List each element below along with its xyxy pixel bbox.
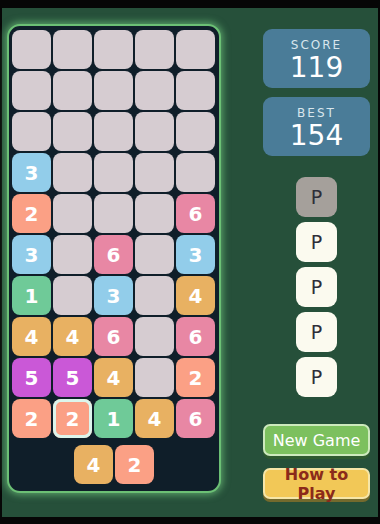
game-area: 3263631344466554222146 42 SCORE 119 BEST… bbox=[2, 8, 378, 517]
powerup-buttons: PPPPP bbox=[296, 177, 337, 397]
board-grid: 3263631344466554222146 bbox=[12, 30, 215, 438]
empty-cell[interactable] bbox=[135, 71, 174, 110]
tile-3[interactable]: 3 bbox=[94, 276, 133, 315]
tile-2[interactable]: 2 bbox=[12, 399, 51, 438]
empty-cell[interactable] bbox=[135, 276, 174, 315]
tile-4[interactable]: 4 bbox=[94, 358, 133, 397]
tile-4[interactable]: 4 bbox=[135, 399, 174, 438]
how-to-play-button[interactable]: How to Play bbox=[263, 468, 370, 499]
empty-cell[interactable] bbox=[53, 235, 92, 274]
powerup-button-available[interactable]: P bbox=[296, 222, 337, 262]
new-game-button[interactable]: New Game bbox=[263, 424, 370, 456]
score-label: SCORE bbox=[263, 38, 370, 52]
tile-2[interactable]: 2 bbox=[12, 194, 51, 233]
tile-4[interactable]: 4 bbox=[12, 317, 51, 356]
empty-cell[interactable] bbox=[135, 194, 174, 233]
tile-5[interactable]: 5 bbox=[53, 358, 92, 397]
empty-cell[interactable] bbox=[135, 317, 174, 356]
tile-4[interactable]: 4 bbox=[53, 317, 92, 356]
empty-cell[interactable] bbox=[53, 71, 92, 110]
empty-cell[interactable] bbox=[12, 112, 51, 151]
tile-6[interactable]: 6 bbox=[176, 317, 215, 356]
empty-cell[interactable] bbox=[12, 71, 51, 110]
powerup-button-used[interactable]: P bbox=[296, 177, 337, 217]
empty-cell[interactable] bbox=[176, 71, 215, 110]
empty-cell[interactable] bbox=[135, 30, 174, 69]
empty-cell[interactable] bbox=[94, 194, 133, 233]
empty-cell[interactable] bbox=[135, 112, 174, 151]
game-board: 3263631344466554222146 42 bbox=[7, 24, 221, 493]
empty-cell[interactable] bbox=[94, 30, 133, 69]
empty-cell[interactable] bbox=[53, 276, 92, 315]
empty-cell[interactable] bbox=[135, 235, 174, 274]
empty-cell[interactable] bbox=[176, 153, 215, 192]
empty-cell[interactable] bbox=[53, 153, 92, 192]
empty-cell[interactable] bbox=[53, 194, 92, 233]
score-panel: SCORE 119 bbox=[263, 29, 370, 88]
best-label: BEST bbox=[263, 106, 370, 120]
tile-2[interactable]: 2 bbox=[176, 358, 215, 397]
tile-6[interactable]: 6 bbox=[176, 194, 215, 233]
powerup-button-available[interactable]: P bbox=[296, 267, 337, 307]
powerup-button-available[interactable]: P bbox=[296, 312, 337, 352]
next-tiles-tray: 42 bbox=[9, 445, 219, 484]
tile-6[interactable]: 6 bbox=[94, 235, 133, 274]
tile-1[interactable]: 1 bbox=[12, 276, 51, 315]
score-value: 119 bbox=[263, 52, 370, 84]
tile-3[interactable]: 3 bbox=[176, 235, 215, 274]
tile-1[interactable]: 1 bbox=[94, 399, 133, 438]
empty-cell[interactable] bbox=[53, 30, 92, 69]
screen: 3263631344466554222146 42 SCORE 119 BEST… bbox=[0, 0, 380, 524]
empty-cell[interactable] bbox=[94, 112, 133, 151]
best-panel: BEST 154 bbox=[263, 97, 370, 156]
tile-2[interactable]: 2 bbox=[53, 399, 92, 438]
empty-cell[interactable] bbox=[94, 153, 133, 192]
tile-6[interactable]: 6 bbox=[176, 399, 215, 438]
tile-5[interactable]: 5 bbox=[12, 358, 51, 397]
empty-cell[interactable] bbox=[53, 112, 92, 151]
best-value: 154 bbox=[263, 120, 370, 152]
empty-cell[interactable] bbox=[94, 71, 133, 110]
next-tile-2[interactable]: 2 bbox=[115, 445, 154, 484]
empty-cell[interactable] bbox=[176, 112, 215, 151]
empty-cell[interactable] bbox=[135, 358, 174, 397]
tile-3[interactable]: 3 bbox=[12, 153, 51, 192]
tile-6[interactable]: 6 bbox=[94, 317, 133, 356]
empty-cell[interactable] bbox=[176, 30, 215, 69]
empty-cell[interactable] bbox=[12, 30, 51, 69]
empty-cell[interactable] bbox=[135, 153, 174, 192]
next-tile-4[interactable]: 4 bbox=[74, 445, 113, 484]
powerup-button-available[interactable]: P bbox=[296, 357, 337, 397]
tile-3[interactable]: 3 bbox=[12, 235, 51, 274]
tile-4[interactable]: 4 bbox=[176, 276, 215, 315]
